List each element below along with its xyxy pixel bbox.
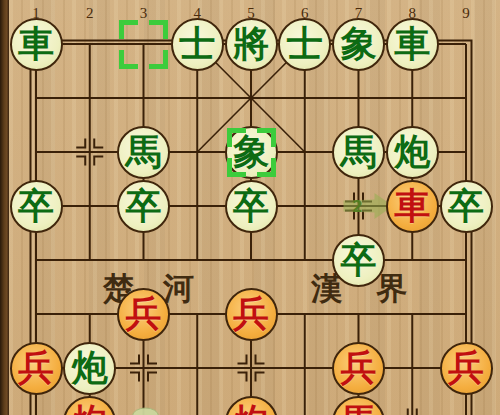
last-move-target-marker (227, 128, 276, 177)
piece-black-1-4[interactable]: 卒 (10, 180, 63, 233)
piece-black-5-1[interactable]: 將 (225, 18, 278, 71)
bracket-corner (257, 158, 276, 177)
piece-red-1-7[interactable]: 兵 (10, 342, 63, 395)
bracket-corner (149, 50, 168, 69)
bracket-corner (149, 20, 168, 39)
piece-black-8-3[interactable]: 炮 (386, 126, 439, 179)
piece-black-7-3[interactable]: 馬 (332, 126, 385, 179)
piece-red-9-7[interactable]: 兵 (440, 342, 493, 395)
bracket-corner (227, 158, 246, 177)
piece-black-7-1[interactable]: 象 (332, 18, 385, 71)
bracket-corner (119, 20, 138, 39)
piece-black-2-7[interactable]: 炮 (63, 342, 116, 395)
piece-red-7-7[interactable]: 兵 (332, 342, 385, 395)
bracket-corner (257, 128, 276, 147)
piece-black-1-1[interactable]: 車 (10, 18, 63, 71)
xiangqi-board: 2 123456789 楚河 漢界 車士將士象車馬象馬炮卒卒卒車卒卒兵兵兵炮兵兵… (0, 0, 500, 415)
board-left-edge (0, 0, 9, 415)
piece-red-3-6[interactable]: 兵 (117, 288, 170, 341)
piece-black-3-4[interactable]: 卒 (117, 180, 170, 233)
bracket-corner (119, 50, 138, 69)
last-move-origin-marker (119, 20, 168, 69)
piece-black-3-3[interactable]: 馬 (117, 126, 170, 179)
analysis-arrow-1-partial (133, 408, 159, 415)
piece-black-4-1[interactable]: 士 (171, 18, 224, 71)
piece-black-5-4[interactable]: 卒 (225, 180, 278, 233)
svg-text:2: 2 (352, 198, 362, 216)
piece-red-5-6[interactable]: 兵 (225, 288, 278, 341)
column-label-2: 2 (80, 5, 100, 22)
bracket-corner (227, 128, 246, 147)
piece-black-7-5[interactable]: 卒 (332, 234, 385, 287)
piece-red-8-4[interactable]: 車 (386, 180, 439, 233)
piece-black-9-4[interactable]: 卒 (440, 180, 493, 233)
column-label-9: 9 (456, 5, 476, 22)
piece-black-6-1[interactable]: 士 (278, 18, 331, 71)
piece-black-8-1[interactable]: 車 (386, 18, 439, 71)
